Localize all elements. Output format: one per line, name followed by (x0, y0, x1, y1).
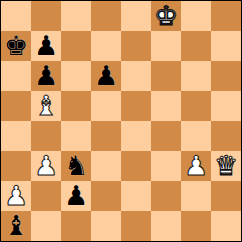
square-c4[interactable] (61, 121, 91, 151)
square-e2[interactable] (121, 181, 151, 211)
square-g4[interactable] (181, 121, 211, 151)
black-pawn-piece[interactable]: ♟ (34, 31, 58, 61)
square-e8[interactable] (121, 1, 151, 31)
square-b1[interactable] (31, 211, 61, 241)
white-king-piece[interactable]: ♚ (154, 1, 178, 31)
square-f7[interactable] (151, 31, 181, 61)
square-c6[interactable] (61, 61, 91, 91)
black-pawn-piece[interactable]: ♟ (94, 61, 118, 91)
square-h1[interactable] (211, 211, 241, 241)
white-bishop-piece[interactable]: ♝ (34, 91, 58, 121)
black-pawn-piece[interactable]: ♟ (64, 181, 88, 211)
square-d5[interactable] (91, 91, 121, 121)
square-d3[interactable] (91, 151, 121, 181)
square-a4[interactable] (1, 121, 31, 151)
square-b3[interactable]: ♟ (31, 151, 61, 181)
chess-board: ♚♚♟♟♟♝♟♞♟♛♟♟♝ (1, 1, 241, 241)
square-c1[interactable] (61, 211, 91, 241)
square-d1[interactable] (91, 211, 121, 241)
square-e3[interactable] (121, 151, 151, 181)
square-e4[interactable] (121, 121, 151, 151)
square-g2[interactable] (181, 181, 211, 211)
square-h5[interactable] (211, 91, 241, 121)
square-c5[interactable] (61, 91, 91, 121)
white-pawn-piece[interactable]: ♟ (184, 151, 208, 181)
square-e5[interactable] (121, 91, 151, 121)
square-a8[interactable] (1, 1, 31, 31)
square-g1[interactable] (181, 211, 211, 241)
square-b4[interactable] (31, 121, 61, 151)
square-g5[interactable] (181, 91, 211, 121)
white-queen-piece[interactable]: ♛ (214, 151, 238, 181)
square-h3[interactable]: ♛ (211, 151, 241, 181)
square-g6[interactable] (181, 61, 211, 91)
square-e1[interactable] (121, 211, 151, 241)
square-b2[interactable] (31, 181, 61, 211)
square-d4[interactable] (91, 121, 121, 151)
square-c7[interactable] (61, 31, 91, 61)
square-a3[interactable] (1, 151, 31, 181)
square-a7[interactable]: ♚ (1, 31, 31, 61)
square-e7[interactable] (121, 31, 151, 61)
square-f5[interactable] (151, 91, 181, 121)
white-pawn-piece[interactable]: ♟ (34, 151, 58, 181)
black-pawn-piece[interactable]: ♟ (34, 61, 58, 91)
square-h7[interactable] (211, 31, 241, 61)
square-g8[interactable] (181, 1, 211, 31)
chess-board-frame: ♚♚♟♟♟♝♟♞♟♛♟♟♝ (0, 0, 242, 242)
square-c2[interactable]: ♟ (61, 181, 91, 211)
square-d2[interactable] (91, 181, 121, 211)
square-a2[interactable]: ♟ (1, 181, 31, 211)
square-d6[interactable]: ♟ (91, 61, 121, 91)
white-pawn-piece[interactable]: ♟ (4, 181, 28, 211)
square-f8[interactable]: ♚ (151, 1, 181, 31)
square-g7[interactable] (181, 31, 211, 61)
square-h4[interactable] (211, 121, 241, 151)
square-h2[interactable] (211, 181, 241, 211)
square-b6[interactable]: ♟ (31, 61, 61, 91)
square-g3[interactable]: ♟ (181, 151, 211, 181)
square-a6[interactable] (1, 61, 31, 91)
square-f6[interactable] (151, 61, 181, 91)
black-knight-piece[interactable]: ♞ (64, 151, 88, 181)
square-f1[interactable] (151, 211, 181, 241)
square-h8[interactable] (211, 1, 241, 31)
square-f3[interactable] (151, 151, 181, 181)
square-b7[interactable]: ♟ (31, 31, 61, 61)
square-f2[interactable] (151, 181, 181, 211)
square-e6[interactable] (121, 61, 151, 91)
square-f4[interactable] (151, 121, 181, 151)
black-king-piece[interactable]: ♚ (4, 31, 28, 61)
square-h6[interactable] (211, 61, 241, 91)
square-d8[interactable] (91, 1, 121, 31)
square-b8[interactable] (31, 1, 61, 31)
square-c3[interactable]: ♞ (61, 151, 91, 181)
square-a1[interactable]: ♝ (1, 211, 31, 241)
square-a5[interactable] (1, 91, 31, 121)
square-c8[interactable] (61, 1, 91, 31)
black-bishop-piece[interactable]: ♝ (4, 211, 28, 241)
square-b5[interactable]: ♝ (31, 91, 61, 121)
square-d7[interactable] (91, 31, 121, 61)
